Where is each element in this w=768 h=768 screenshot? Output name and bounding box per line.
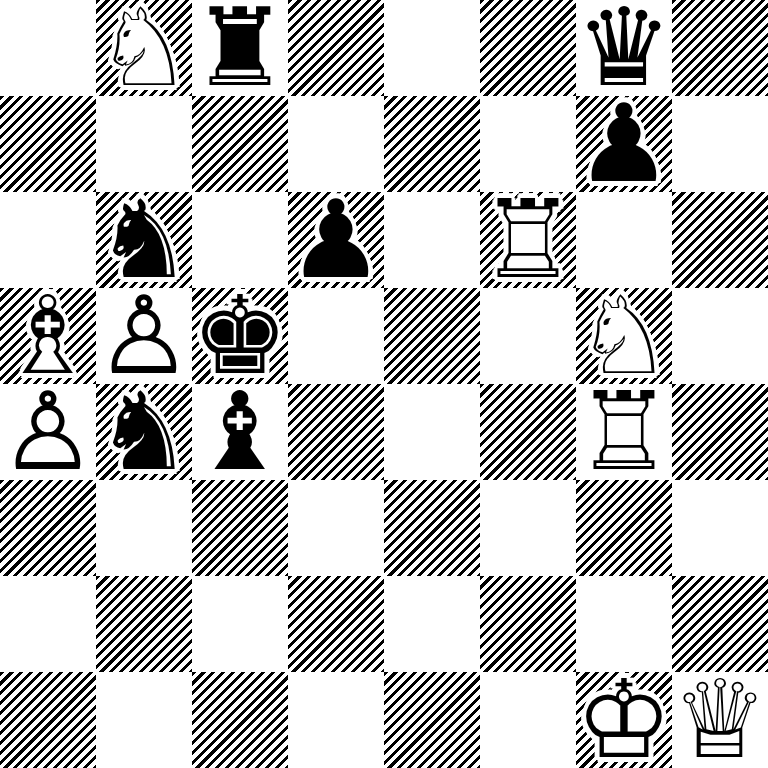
square-f4[interactable] (480, 384, 576, 480)
square-c7[interactable] (192, 96, 288, 192)
square-e5[interactable] (384, 288, 480, 384)
square-c4[interactable]: ♝ (192, 384, 288, 480)
white-king-g1[interactable]: ♚♔ (576, 672, 672, 768)
black-knight-b4[interactable]: ♞ (96, 384, 192, 480)
square-a2[interactable] (0, 576, 96, 672)
square-h3[interactable] (672, 480, 768, 576)
square-e8[interactable] (384, 0, 480, 96)
white-piece-outline: ♔ (576, 672, 672, 768)
black-pawn-g7[interactable]: ♟ (576, 96, 672, 192)
square-e7[interactable] (384, 96, 480, 192)
square-a8[interactable] (0, 0, 96, 96)
square-h1[interactable]: ♛♕ (672, 672, 768, 768)
square-h5[interactable] (672, 288, 768, 384)
chess-board: ♞♘♜♛♟♞♟♜♖♝♗♟♙♚♞♘♟♙♞♝♜♖♚♔♛♕ (0, 0, 768, 768)
square-e2[interactable] (384, 576, 480, 672)
square-a4[interactable]: ♟♙ (0, 384, 96, 480)
square-e6[interactable] (384, 192, 480, 288)
square-b8[interactable]: ♞♘ (96, 0, 192, 96)
square-f2[interactable] (480, 576, 576, 672)
square-b2[interactable] (96, 576, 192, 672)
square-d5[interactable] (288, 288, 384, 384)
square-b4[interactable]: ♞ (96, 384, 192, 480)
square-a1[interactable] (0, 672, 96, 768)
square-a3[interactable] (0, 480, 96, 576)
white-rook-f6[interactable]: ♜♖ (480, 192, 576, 288)
white-piece-outline: ♙ (0, 384, 96, 480)
square-e4[interactable] (384, 384, 480, 480)
square-h8[interactable] (672, 0, 768, 96)
square-a7[interactable] (0, 96, 96, 192)
square-g1[interactable]: ♚♔ (576, 672, 672, 768)
square-e1[interactable] (384, 672, 480, 768)
white-rook-g4[interactable]: ♜♖ (576, 384, 672, 480)
square-c8[interactable]: ♜ (192, 0, 288, 96)
square-b3[interactable] (96, 480, 192, 576)
black-rook-c8[interactable]: ♜ (192, 0, 288, 96)
square-c1[interactable] (192, 672, 288, 768)
square-c2[interactable] (192, 576, 288, 672)
black-pawn-d6[interactable]: ♟ (288, 192, 384, 288)
white-piece-outline: ♕ (672, 672, 768, 768)
square-g7[interactable]: ♟ (576, 96, 672, 192)
white-piece-outline: ♖ (576, 384, 672, 480)
square-f3[interactable] (480, 480, 576, 576)
black-piece-glyph: ♟ (576, 96, 672, 192)
black-piece-glyph: ♜ (192, 0, 288, 96)
black-bishop-c4[interactable]: ♝ (192, 384, 288, 480)
square-d3[interactable] (288, 480, 384, 576)
square-e3[interactable] (384, 480, 480, 576)
square-g3[interactable] (576, 480, 672, 576)
square-d4[interactable] (288, 384, 384, 480)
square-d6[interactable]: ♟ (288, 192, 384, 288)
square-d2[interactable] (288, 576, 384, 672)
square-h7[interactable] (672, 96, 768, 192)
square-f6[interactable]: ♜♖ (480, 192, 576, 288)
square-d8[interactable] (288, 0, 384, 96)
square-c3[interactable] (192, 480, 288, 576)
square-g4[interactable]: ♜♖ (576, 384, 672, 480)
square-f1[interactable] (480, 672, 576, 768)
white-pawn-a4[interactable]: ♟♙ (0, 384, 96, 480)
white-queen-h1[interactable]: ♛♕ (672, 672, 768, 768)
square-h6[interactable] (672, 192, 768, 288)
white-piece-outline: ♖ (480, 192, 576, 288)
white-knight-b8[interactable]: ♞♘ (96, 0, 192, 96)
black-piece-glyph: ♞ (96, 384, 192, 480)
black-piece-glyph: ♝ (192, 384, 288, 480)
white-piece-outline: ♘ (96, 0, 192, 96)
square-f5[interactable] (480, 288, 576, 384)
black-piece-glyph: ♟ (288, 192, 384, 288)
square-h4[interactable] (672, 384, 768, 480)
square-d1[interactable] (288, 672, 384, 768)
square-b1[interactable] (96, 672, 192, 768)
square-f8[interactable] (480, 0, 576, 96)
